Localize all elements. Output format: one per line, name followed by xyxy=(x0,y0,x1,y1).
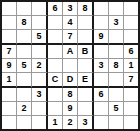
cell-r9c9[interactable] xyxy=(124,116,138,129)
cell-r1c2[interactable] xyxy=(17,2,32,16)
cell-r4c5[interactable]: A xyxy=(63,45,78,59)
cell-value: 3 xyxy=(98,59,103,72)
cell-r6c5[interactable]: D xyxy=(63,73,78,88)
cell-r4c3[interactable] xyxy=(32,45,48,59)
cell-r7c4[interactable] xyxy=(48,88,63,102)
cell-r9c7[interactable] xyxy=(94,116,109,129)
cell-r8c8[interactable]: 5 xyxy=(109,102,124,116)
cell-r7c8[interactable] xyxy=(109,88,124,102)
cell-r8c5[interactable]: 9 xyxy=(63,102,78,116)
cell-value: 6 xyxy=(98,88,103,101)
cell-r1c8[interactable] xyxy=(109,2,124,16)
cell-r1c6[interactable]: 8 xyxy=(78,2,94,16)
cell-r8c7[interactable] xyxy=(94,102,109,116)
cell-value: 8 xyxy=(67,88,72,101)
cell-value: 5 xyxy=(113,102,118,115)
cell-r7c9[interactable] xyxy=(124,88,138,102)
cell-r5c5[interactable] xyxy=(63,59,78,73)
cell-r1c4[interactable]: 6 xyxy=(48,2,63,16)
cell-r6c9[interactable]: 7 xyxy=(124,73,138,88)
cell-value: B xyxy=(82,45,89,58)
cell-r5c7[interactable]: 3 xyxy=(94,59,109,73)
cell-r3c3[interactable]: 5 xyxy=(32,30,48,45)
cell-value: 3 xyxy=(36,88,41,101)
cell-r3c9[interactable] xyxy=(124,30,138,45)
cell-r3c2[interactable] xyxy=(17,30,32,45)
cell-r6c6[interactable]: E xyxy=(78,73,94,88)
cell-value: A xyxy=(67,45,74,58)
cell-r7c1[interactable] xyxy=(2,88,17,102)
cell-r9c5[interactable]: 2 xyxy=(63,116,78,129)
cell-value: 3 xyxy=(67,2,72,15)
cell-r6c3[interactable] xyxy=(32,73,48,88)
cell-r7c6[interactable] xyxy=(78,88,94,102)
cell-r5c1[interactable]: 9 xyxy=(2,59,17,73)
cell-r7c2[interactable] xyxy=(17,88,32,102)
cell-r8c1[interactable] xyxy=(2,102,17,116)
cell-r2c6[interactable] xyxy=(78,16,94,30)
cell-value: 2 xyxy=(67,116,72,129)
sudoku-board: 6388435797AB69523811CDE7386295123 xyxy=(0,0,140,131)
cell-r5c4[interactable] xyxy=(48,59,63,73)
cell-r3c7[interactable]: 9 xyxy=(94,30,109,45)
cell-value: 7 xyxy=(6,45,11,58)
cell-r8c2[interactable]: 2 xyxy=(17,102,32,116)
cell-value: 8 xyxy=(82,2,87,15)
cell-r2c8[interactable]: 3 xyxy=(109,16,124,30)
cell-r7c7[interactable]: 6 xyxy=(94,88,109,102)
cell-value: E xyxy=(82,73,88,86)
cell-r5c2[interactable]: 5 xyxy=(17,59,32,73)
cell-value: D xyxy=(67,73,74,86)
cell-r2c4[interactable] xyxy=(48,16,63,30)
cell-r1c7[interactable] xyxy=(94,2,109,16)
cell-r6c1[interactable]: 1 xyxy=(2,73,17,88)
cell-r6c7[interactable] xyxy=(94,73,109,88)
cell-r3c8[interactable] xyxy=(109,30,124,45)
cell-r4c2[interactable] xyxy=(17,45,32,59)
cell-value: 9 xyxy=(98,30,103,43)
cell-r9c1[interactable] xyxy=(2,116,17,129)
cell-value: 8 xyxy=(21,16,26,29)
cell-r7c3[interactable]: 3 xyxy=(32,88,48,102)
cell-r8c4[interactable] xyxy=(48,102,63,116)
cell-r9c8[interactable] xyxy=(109,116,124,129)
cell-r2c7[interactable] xyxy=(94,16,109,30)
cell-r4c8[interactable] xyxy=(109,45,124,59)
cell-value: 9 xyxy=(6,59,11,72)
cell-value: 6 xyxy=(128,45,133,58)
cell-r3c4[interactable] xyxy=(48,30,63,45)
cell-r4c6[interactable]: B xyxy=(78,45,94,59)
cell-r4c9[interactable]: 6 xyxy=(124,45,138,59)
cell-value: 7 xyxy=(128,73,133,86)
cell-value: 5 xyxy=(36,30,41,43)
cell-r5c6[interactable] xyxy=(78,59,94,73)
cell-value: 4 xyxy=(67,16,72,29)
cell-value: 2 xyxy=(36,59,41,72)
cell-value: 1 xyxy=(128,59,133,72)
cell-value: 1 xyxy=(6,73,11,86)
cell-value: 7 xyxy=(67,30,72,43)
cell-r3c5[interactable]: 7 xyxy=(63,30,78,45)
cell-r2c5[interactable]: 4 xyxy=(63,16,78,30)
cell-r6c8[interactable] xyxy=(109,73,124,88)
cell-r4c7[interactable] xyxy=(94,45,109,59)
cell-r1c5[interactable]: 3 xyxy=(63,2,78,16)
cell-r8c3[interactable] xyxy=(32,102,48,116)
cell-r2c9[interactable] xyxy=(124,16,138,30)
cell-r6c2[interactable] xyxy=(17,73,32,88)
cell-r6c4[interactable]: C xyxy=(48,73,63,88)
cell-r5c3[interactable]: 2 xyxy=(32,59,48,73)
cell-r1c9[interactable] xyxy=(124,2,138,16)
cell-r4c4[interactable] xyxy=(48,45,63,59)
cell-value: 3 xyxy=(82,116,87,129)
cell-r7c5[interactable]: 8 xyxy=(63,88,78,102)
cell-r5c8[interactable]: 8 xyxy=(109,59,124,73)
cell-r8c6[interactable] xyxy=(78,102,94,116)
cell-r9c6[interactable]: 3 xyxy=(78,116,94,129)
cell-value: 9 xyxy=(67,102,72,115)
cell-r1c3[interactable] xyxy=(32,2,48,16)
cell-value: 5 xyxy=(21,59,26,72)
cell-r1c1[interactable] xyxy=(2,2,17,16)
cell-r8c9[interactable] xyxy=(124,102,138,116)
cell-value: 3 xyxy=(113,16,118,29)
cell-r9c4[interactable]: 1 xyxy=(48,116,63,129)
cell-r2c2[interactable]: 8 xyxy=(17,16,32,30)
cell-r9c3[interactable] xyxy=(32,116,48,129)
cell-r2c1[interactable] xyxy=(2,16,17,30)
cell-value: 8 xyxy=(113,59,118,72)
cell-value: C xyxy=(52,73,59,86)
cell-value: 2 xyxy=(21,102,26,115)
cell-r2c3[interactable] xyxy=(32,16,48,30)
cell-value: 6 xyxy=(52,2,57,15)
cell-r3c6[interactable] xyxy=(78,30,94,45)
cell-value: 1 xyxy=(52,116,57,129)
cell-r5c9[interactable]: 1 xyxy=(124,59,138,73)
cell-r3c1[interactable] xyxy=(2,30,17,45)
cell-r9c2[interactable] xyxy=(17,116,32,129)
cell-r4c1[interactable]: 7 xyxy=(2,45,17,59)
